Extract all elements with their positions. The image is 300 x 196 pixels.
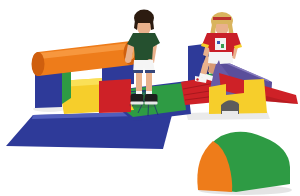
boy-sole-right xyxy=(145,102,158,105)
girl-headband xyxy=(213,17,231,20)
girl-shorts xyxy=(208,52,233,64)
girl-shirt-graphic-mark xyxy=(221,44,224,48)
boy-hand-right xyxy=(125,57,131,63)
foam-log-left-cap xyxy=(32,52,45,76)
boy-shorts-hem-right xyxy=(145,70,155,73)
boy-bangs xyxy=(137,18,151,23)
product-photo xyxy=(0,0,300,196)
girl-shirt-graphic-mark xyxy=(217,41,220,44)
boy-sole-left xyxy=(131,102,144,105)
girl-shirt-graphic xyxy=(215,38,226,50)
girl-shoe-accent xyxy=(196,78,198,80)
boy-shorts-hem-left xyxy=(133,70,143,73)
cube-block-red xyxy=(99,79,131,113)
softplay-scene xyxy=(0,0,300,196)
arch-opening-floor xyxy=(222,111,238,114)
